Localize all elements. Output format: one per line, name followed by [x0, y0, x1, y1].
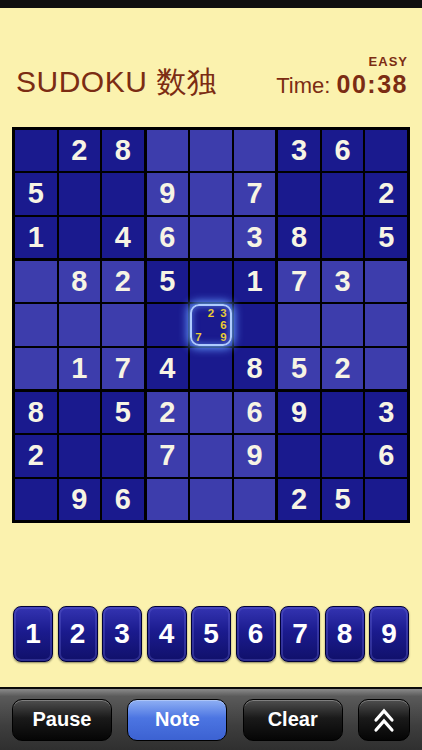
cell-r9c8[interactable]: 5	[322, 479, 364, 520]
cell-r3c9[interactable]: 5	[365, 217, 407, 258]
number-pad: 1 2 3 4 5 6 7 8 9	[13, 606, 409, 662]
numpad-key-2[interactable]: 2	[58, 606, 98, 662]
cell-r2c5[interactable]	[190, 173, 232, 214]
cell-r3c1[interactable]: 1	[15, 217, 57, 258]
given-digit: 2	[291, 483, 307, 516]
given-digit: 5	[291, 352, 307, 385]
cell-r8c5[interactable]	[190, 435, 232, 476]
given-digit: 5	[159, 265, 175, 298]
numpad-key-9[interactable]: 9	[369, 606, 409, 662]
cell-r5c1[interactable]	[15, 304, 57, 345]
cell-r9c9[interactable]	[365, 479, 407, 520]
given-digit: 6	[246, 396, 262, 429]
cell-r7c4[interactable]: 2	[147, 392, 189, 433]
cell-r4c7[interactable]: 7	[278, 261, 320, 302]
cell-r6c3[interactable]: 7	[102, 348, 144, 389]
numpad-key-6[interactable]: 6	[236, 606, 276, 662]
note-2: 2	[205, 306, 218, 318]
cell-r3c7[interactable]: 8	[278, 217, 320, 258]
cell-r5c8[interactable]	[322, 304, 364, 345]
cell-r4c4[interactable]: 5	[147, 261, 189, 302]
cell-r9c7[interactable]: 2	[278, 479, 320, 520]
given-digit: 9	[291, 396, 307, 429]
cell-r3c5[interactable]	[190, 217, 232, 258]
given-digit: 1	[246, 265, 262, 298]
cell-r7c6[interactable]: 6	[234, 392, 276, 433]
cell-r3c4[interactable]: 6	[147, 217, 189, 258]
cell-r9c6[interactable]	[234, 479, 276, 520]
numpad-key-8[interactable]: 8	[325, 606, 365, 662]
cell-r9c4[interactable]	[147, 479, 189, 520]
header-right: EASY Time: 00:38	[276, 54, 408, 97]
cell-r1c7[interactable]: 3	[278, 130, 320, 171]
cell-r7c5[interactable]	[190, 392, 232, 433]
cell-r5c6[interactable]	[234, 304, 276, 345]
cell-r1c8[interactable]: 6	[322, 130, 364, 171]
cell-r5c2[interactable]	[59, 304, 101, 345]
cell-r5c7[interactable]	[278, 304, 320, 345]
cell-r9c1[interactable]	[15, 479, 57, 520]
given-digit: 8	[291, 221, 307, 254]
cell-r5c5[interactable]: 23679	[190, 304, 232, 345]
cell-r2c1[interactable]: 5	[15, 173, 57, 214]
box-1-2: 9763	[147, 130, 276, 258]
cell-r9c5[interactable]	[190, 479, 232, 520]
given-digit: 1	[71, 352, 87, 385]
note-5	[205, 319, 218, 331]
cell-r7c2[interactable]	[59, 392, 101, 433]
cell-r6c2[interactable]: 1	[59, 348, 101, 389]
status-bar	[0, 0, 422, 8]
cell-r5c4[interactable]	[147, 304, 189, 345]
cell-r3c3[interactable]: 4	[102, 217, 144, 258]
given-digit: 2	[159, 396, 175, 429]
given-digit: 3	[335, 265, 351, 298]
header: SUDOKU 数独 EASY Time: 00:38	[0, 8, 422, 127]
given-digit: 4	[115, 221, 131, 254]
given-digit: 6	[115, 483, 131, 516]
cell-r2c8[interactable]	[322, 173, 364, 214]
cell-r2c4[interactable]: 9	[147, 173, 189, 214]
difficulty-badge: EASY	[276, 54, 408, 69]
cell-r1c9[interactable]	[365, 130, 407, 171]
box-3-1: 85296	[15, 392, 144, 520]
cell-r6c6[interactable]: 8	[234, 348, 276, 389]
bottom-toolbar: Pause Note Clear	[0, 687, 422, 750]
cell-r4c5[interactable]	[190, 261, 232, 302]
cell-r1c1[interactable]	[15, 130, 57, 171]
note-3: 3	[217, 306, 230, 318]
cell-r3c2[interactable]	[59, 217, 101, 258]
cell-r4c6[interactable]: 1	[234, 261, 276, 302]
given-digit: 3	[246, 221, 262, 254]
cell-r8c8[interactable]	[322, 435, 364, 476]
cell-r6c8[interactable]: 2	[322, 348, 364, 389]
cell-r6c7[interactable]: 5	[278, 348, 320, 389]
cell-r8c4[interactable]: 7	[147, 435, 189, 476]
given-digit: 3	[378, 396, 394, 429]
cell-r8c3[interactable]	[102, 435, 144, 476]
given-digit: 8	[246, 352, 262, 385]
cell-r9c3[interactable]: 6	[102, 479, 144, 520]
given-digit: 2	[71, 134, 87, 167]
given-digit: 9	[159, 177, 175, 210]
cell-r4c8[interactable]: 3	[322, 261, 364, 302]
cell-r1c3[interactable]: 8	[102, 130, 144, 171]
cell-r1c5[interactable]	[190, 130, 232, 171]
numpad-key-5[interactable]: 5	[191, 606, 231, 662]
given-digit: 8	[71, 265, 87, 298]
note-7: 7	[192, 331, 205, 343]
given-digit: 5	[335, 483, 351, 516]
given-digit: 6	[335, 134, 351, 167]
given-digit: 5	[115, 396, 131, 429]
given-digit: 9	[246, 439, 262, 472]
cell-r1c4[interactable]	[147, 130, 189, 171]
cell-r1c6[interactable]	[234, 130, 276, 171]
cell-r7c1[interactable]: 8	[15, 392, 57, 433]
cell-r2c6[interactable]: 7	[234, 173, 276, 214]
pause-button[interactable]: Pause	[12, 699, 112, 741]
given-digit: 4	[159, 352, 175, 385]
sudoku-board: 2851497633628582175123679487352852962679…	[12, 127, 410, 523]
cell-r8c1[interactable]: 2	[15, 435, 57, 476]
given-digit: 2	[115, 265, 131, 298]
given-digit: 8	[115, 134, 131, 167]
given-digit: 1	[28, 221, 44, 254]
note-6: 6	[217, 319, 230, 331]
given-digit: 7	[115, 352, 131, 385]
given-digit: 6	[378, 439, 394, 472]
cell-r8c7[interactable]	[278, 435, 320, 476]
note-button[interactable]: Note	[127, 699, 227, 741]
cell-r8c6[interactable]: 9	[234, 435, 276, 476]
numpad-key-7[interactable]: 7	[280, 606, 320, 662]
given-digit: 2	[335, 352, 351, 385]
given-digit: 3	[291, 134, 307, 167]
given-digit: 9	[71, 483, 87, 516]
cell-r5c9[interactable]	[365, 304, 407, 345]
cell-r8c2[interactable]	[59, 435, 101, 476]
cell-r7c9[interactable]: 3	[365, 392, 407, 433]
cell-r4c9[interactable]	[365, 261, 407, 302]
pencil-notes: 23679	[192, 306, 230, 343]
cell-r5c3[interactable]	[102, 304, 144, 345]
box-3-3: 93625	[278, 392, 407, 520]
given-digit: 6	[159, 221, 175, 254]
note-4	[192, 319, 205, 331]
cell-r3c6[interactable]: 3	[234, 217, 276, 258]
cell-r8c9[interactable]: 6	[365, 435, 407, 476]
box-3-2: 2679	[147, 392, 276, 520]
box-2-2: 512367948	[147, 261, 276, 389]
numpad-key-4[interactable]: 4	[147, 606, 187, 662]
cell-r4c1[interactable]	[15, 261, 57, 302]
cell-r4c3[interactable]: 2	[102, 261, 144, 302]
given-digit: 7	[291, 265, 307, 298]
note-8	[205, 331, 218, 343]
cell-r6c1[interactable]	[15, 348, 57, 389]
cell-r6c4[interactable]: 4	[147, 348, 189, 389]
given-digit: 7	[159, 439, 175, 472]
cell-r7c7[interactable]: 9	[278, 392, 320, 433]
cell-r6c5[interactable]	[190, 348, 232, 389]
timer-value: 00:38	[337, 70, 408, 98]
double-chevron-up-icon	[371, 706, 397, 734]
box-2-3: 7352	[278, 261, 407, 389]
timer: Time: 00:38	[276, 72, 408, 97]
given-digit: 7	[246, 177, 262, 210]
box-1-1: 28514	[15, 130, 144, 258]
cell-r7c8[interactable]	[322, 392, 364, 433]
app-title: SUDOKU 数独	[16, 67, 217, 97]
timer-label: Time:	[276, 73, 330, 98]
cell-r6c9[interactable]	[365, 348, 407, 389]
box-1-3: 36285	[278, 130, 407, 258]
given-digit: 5	[378, 221, 394, 254]
given-digit: 5	[28, 177, 44, 210]
note-1	[192, 306, 205, 318]
cell-r4c2[interactable]: 8	[59, 261, 101, 302]
box-2-1: 8217	[15, 261, 144, 389]
cell-r2c9[interactable]: 2	[365, 173, 407, 214]
collapse-button[interactable]	[358, 699, 410, 741]
given-digit: 2	[378, 177, 394, 210]
given-digit: 8	[28, 396, 44, 429]
cell-r2c3[interactable]	[102, 173, 144, 214]
cell-r3c8[interactable]	[322, 217, 364, 258]
given-digit: 2	[28, 439, 44, 472]
cell-r1c2[interactable]: 2	[59, 130, 101, 171]
cell-r2c7[interactable]	[278, 173, 320, 214]
numpad-key-1[interactable]: 1	[13, 606, 53, 662]
clear-button[interactable]: Clear	[243, 699, 343, 741]
cell-r9c2[interactable]: 9	[59, 479, 101, 520]
cell-r7c3[interactable]: 5	[102, 392, 144, 433]
cell-r2c2[interactable]	[59, 173, 101, 214]
numpad-key-3[interactable]: 3	[102, 606, 142, 662]
note-9: 9	[217, 331, 230, 343]
